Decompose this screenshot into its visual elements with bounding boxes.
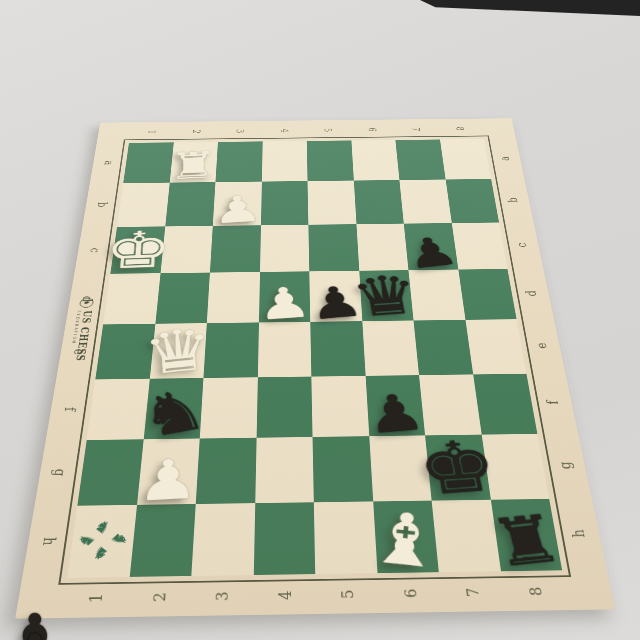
square-c3[interactable] [210,225,261,272]
square-h3[interactable] [191,503,254,576]
piece-black-queen-d6[interactable]: ♛ [348,268,425,326]
square-b6[interactable] [353,180,403,224]
square-a1[interactable] [123,142,173,183]
square-e4[interactable] [257,322,311,378]
square-g7[interactable]: ♚ [425,434,490,500]
square-b3[interactable]: ♟ [213,182,262,226]
square-e2[interactable]: ♛ [149,323,206,379]
square-g1[interactable] [77,439,143,506]
piece-white-king-c1[interactable]: ♚ [102,224,172,277]
square-g5[interactable] [313,436,373,502]
square-a5[interactable] [307,140,354,181]
square-e7[interactable] [414,320,473,375]
captured-black-pawn-2[interactable]: ♟ [0,624,70,640]
square-h8[interactable]: ♜ [490,499,562,572]
piece-white-rook-a2[interactable]: ♜ [168,147,220,186]
vinyl-board-mat: 12345678 12345678 abcdefgh abcdefgh ♞ US… [15,118,615,618]
square-b7[interactable] [399,180,451,224]
square-b4[interactable] [261,181,309,225]
square-a2[interactable]: ♜ [169,142,218,183]
square-g4[interactable] [255,437,314,503]
square-c4[interactable] [260,224,310,271]
square-g3[interactable] [196,437,256,503]
piece-white-pawn-d4[interactable]: ♟ [256,281,313,327]
square-d6[interactable]: ♛ [359,270,414,321]
piece-black-king-g7[interactable]: ♚ [412,430,504,506]
square-b5[interactable] [308,181,357,225]
piece-white-pawn-g2[interactable]: ♟ [137,451,199,509]
piece-white-pawn-b3[interactable]: ♟ [212,190,264,229]
square-h4[interactable] [253,502,315,575]
square-c5[interactable] [308,224,359,271]
piece-white-queen-e2[interactable]: ♛ [142,320,217,385]
square-d8[interactable] [458,269,517,320]
square-a6[interactable] [351,140,399,181]
square-a8[interactable] [440,139,492,180]
square-c1[interactable]: ♚ [110,226,165,273]
board-grid: ♜♟♚♟♟♟♛♛♞♟♟♚♞♞♞♞♝♜ [67,139,562,578]
mat-surface: 12345678 12345678 abcdefgh abcdefgh ♞ US… [15,118,615,618]
square-f2[interactable]: ♞ [143,378,203,439]
square-f4[interactable] [256,377,312,438]
square-d4[interactable]: ♟ [259,271,311,322]
square-f5[interactable] [311,376,368,437]
square-a3[interactable] [215,141,262,182]
square-e6[interactable] [362,320,419,376]
us-chess-knight-icon: ♞ [79,298,94,308]
piece-white-bishop-h6[interactable]: ♝ [364,501,445,579]
square-f6[interactable]: ♟ [365,375,425,436]
square-a7[interactable] [395,139,445,180]
square-h6[interactable]: ♝ [373,500,439,573]
square-e8[interactable] [465,319,526,374]
photo-scene: 12345678 12345678 abcdefgh abcdefgh ♞ US… [0,0,640,640]
table-edge-shadow [420,0,640,16]
square-c7[interactable]: ♟ [404,223,458,270]
square-a4[interactable] [262,141,308,182]
square-d3[interactable] [207,272,260,323]
square-h2[interactable] [129,504,195,577]
square-b8[interactable] [445,179,499,223]
pinwheel-knights-logo: ♞♞♞♞ [77,521,128,561]
piece-black-knight-f2[interactable]: ♞ [136,380,212,447]
board-frame: ♜♟♚♟♟♟♛♛♞♟♟♚♞♞♞♞♝♜ [58,135,571,584]
square-h1[interactable]: ♞♞♞♞ [67,505,136,578]
